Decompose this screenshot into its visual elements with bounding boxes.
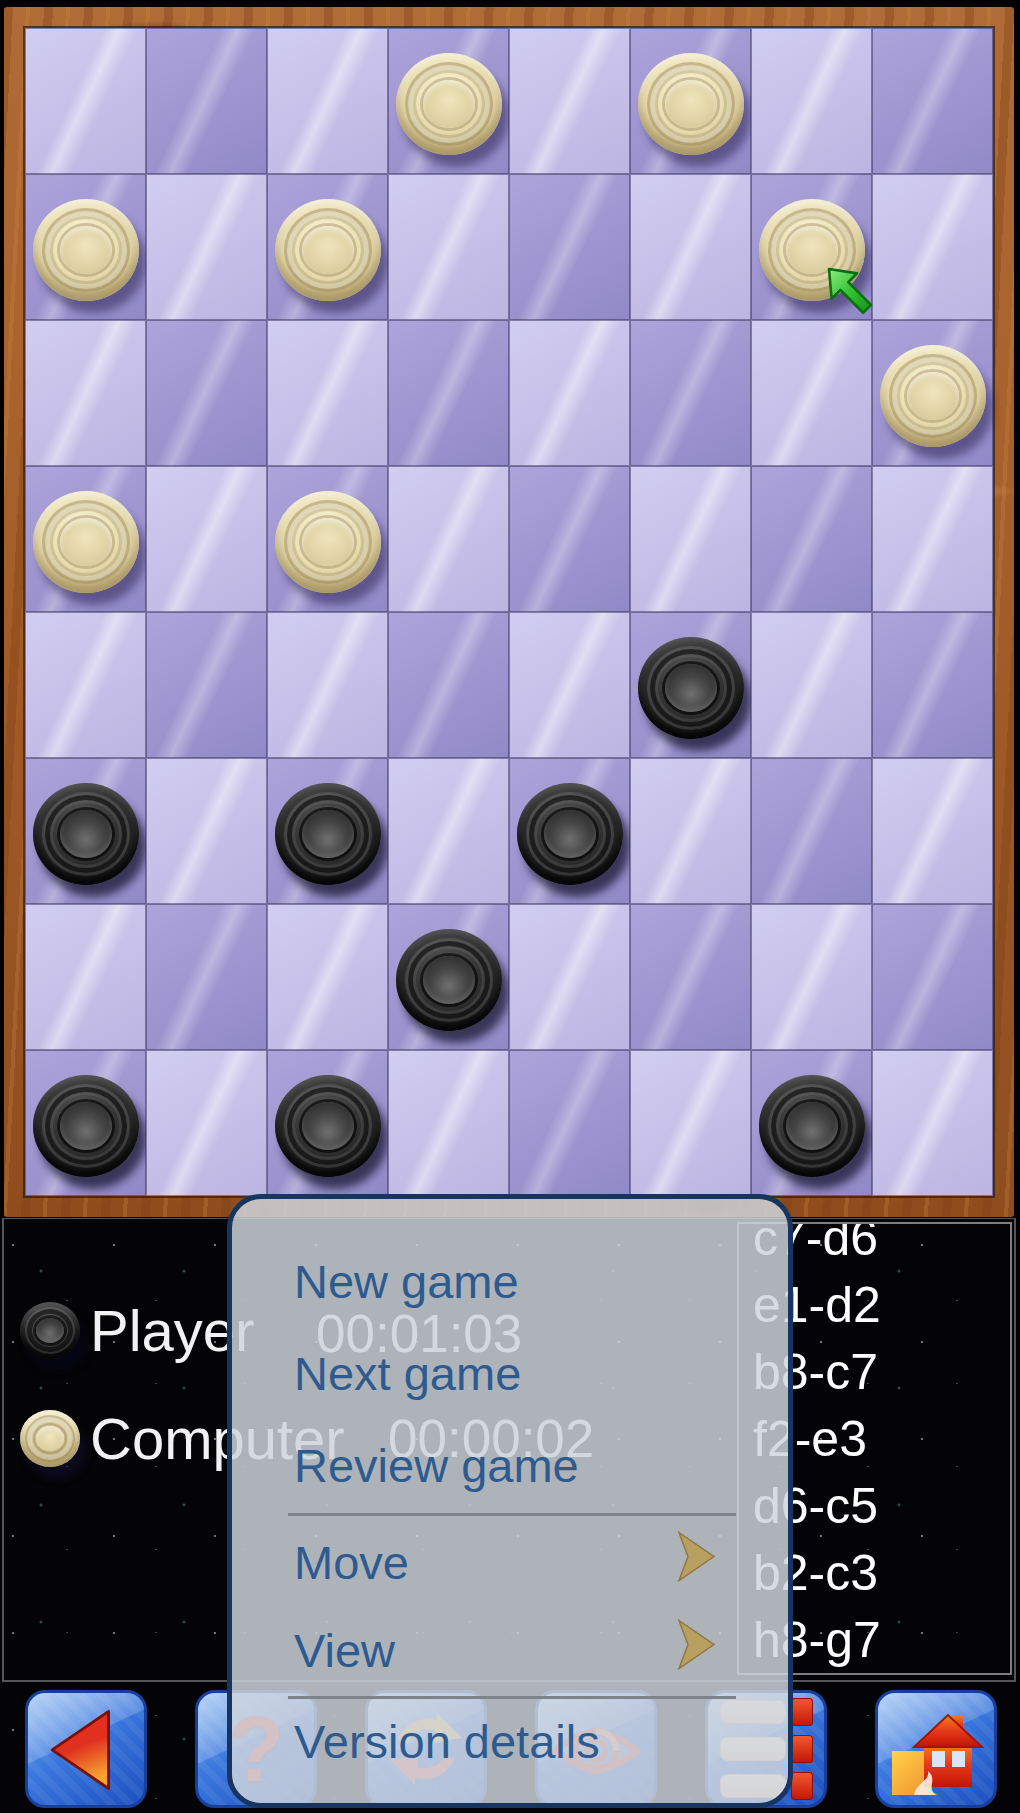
square-h7[interactable] — [872, 174, 993, 320]
square-b5[interactable] — [146, 466, 267, 612]
square-f7[interactable] — [630, 174, 751, 320]
square-c6[interactable] — [267, 320, 388, 466]
square-a1[interactable] — [25, 1050, 146, 1196]
white-piece-a5[interactable] — [33, 491, 139, 593]
square-h2[interactable] — [872, 904, 993, 1050]
square-f3[interactable] — [630, 758, 751, 904]
square-g8[interactable] — [751, 28, 872, 174]
square-b1[interactable] — [146, 1050, 267, 1196]
square-b8[interactable] — [146, 28, 267, 174]
black-piece-a3[interactable] — [33, 783, 139, 885]
square-e3[interactable] — [509, 758, 630, 904]
square-c5[interactable] — [267, 466, 388, 612]
white-piece-icon — [20, 1410, 80, 1467]
menu-item-label: Next game — [294, 1346, 521, 1401]
black-piece-f4[interactable] — [638, 637, 744, 739]
square-h1[interactable] — [872, 1050, 993, 1196]
square-e8[interactable] — [509, 28, 630, 174]
square-h8[interactable] — [872, 28, 993, 174]
white-piece-c7[interactable] — [275, 199, 381, 301]
square-f6[interactable] — [630, 320, 751, 466]
square-c4[interactable] — [267, 612, 388, 758]
context-menu: New gameNext gameReview gameMoveViewVers… — [227, 1194, 793, 1808]
square-e1[interactable] — [509, 1050, 630, 1196]
square-b7[interactable] — [146, 174, 267, 320]
menu-item-label: Move — [294, 1535, 409, 1590]
white-piece-c5[interactable] — [275, 491, 381, 593]
square-b6[interactable] — [146, 320, 267, 466]
square-a2[interactable] — [25, 904, 146, 1050]
menu-item-next-game[interactable]: Next game — [232, 1327, 788, 1419]
black-piece-d2[interactable] — [396, 929, 502, 1031]
square-b3[interactable] — [146, 758, 267, 904]
square-f8[interactable] — [630, 28, 751, 174]
square-a5[interactable] — [25, 466, 146, 612]
square-c2[interactable] — [267, 904, 388, 1050]
white-piece-f8[interactable] — [638, 53, 744, 155]
square-h5[interactable] — [872, 466, 993, 612]
player-row-black: Player — [20, 1297, 254, 1364]
square-h4[interactable] — [872, 612, 993, 758]
square-d4[interactable] — [388, 612, 509, 758]
square-g4[interactable] — [751, 612, 872, 758]
black-piece-e3[interactable] — [517, 783, 623, 885]
white-piece-d8[interactable] — [396, 53, 502, 155]
square-g6[interactable] — [751, 320, 872, 466]
square-a6[interactable] — [25, 320, 146, 466]
menu-item-label: View — [294, 1623, 395, 1678]
square-c7[interactable] — [267, 174, 388, 320]
white-piece-h6[interactable] — [880, 345, 986, 447]
square-g1[interactable] — [751, 1050, 872, 1196]
square-a8[interactable] — [25, 28, 146, 174]
black-piece-icon — [20, 1302, 80, 1359]
back-button[interactable] — [25, 1690, 147, 1808]
square-a3[interactable] — [25, 758, 146, 904]
square-d8[interactable] — [388, 28, 509, 174]
white-piece-a7[interactable] — [33, 199, 139, 301]
square-d5[interactable] — [388, 466, 509, 612]
square-e4[interactable] — [509, 612, 630, 758]
square-f2[interactable] — [630, 904, 751, 1050]
menu-item-version-details[interactable]: Version details — [232, 1701, 788, 1781]
square-f1[interactable] — [630, 1050, 751, 1196]
square-a4[interactable] — [25, 612, 146, 758]
square-g5[interactable] — [751, 466, 872, 612]
black-piece-c3[interactable] — [275, 783, 381, 885]
square-c8[interactable] — [267, 28, 388, 174]
square-b2[interactable] — [146, 904, 267, 1050]
square-c3[interactable] — [267, 758, 388, 904]
square-d6[interactable] — [388, 320, 509, 466]
menu-item-view[interactable]: View — [232, 1606, 788, 1694]
menu-item-label: Review game — [294, 1438, 579, 1493]
menu-separator — [288, 1513, 736, 1516]
square-a7[interactable] — [25, 174, 146, 320]
square-d3[interactable] — [388, 758, 509, 904]
submenu-arrow-icon — [676, 1619, 716, 1682]
square-g2[interactable] — [751, 904, 872, 1050]
menu-item-move[interactable]: Move — [232, 1518, 788, 1606]
black-piece-c1[interactable] — [275, 1075, 381, 1177]
square-g3[interactable] — [751, 758, 872, 904]
black-piece-a1[interactable] — [33, 1075, 139, 1177]
green-last-move-arrow-icon — [822, 262, 878, 318]
square-d1[interactable] — [388, 1050, 509, 1196]
square-d7[interactable] — [388, 174, 509, 320]
menu-item-label: Version details — [294, 1714, 600, 1769]
menu-item-review-game[interactable]: Review game — [232, 1419, 788, 1511]
black-piece-g1[interactable] — [759, 1075, 865, 1177]
square-f4[interactable] — [630, 612, 751, 758]
square-h6[interactable] — [872, 320, 993, 466]
menu-separator — [288, 1696, 736, 1699]
square-e6[interactable] — [509, 320, 630, 466]
square-g7[interactable] — [751, 174, 872, 320]
home-button[interactable] — [875, 1690, 997, 1808]
square-h3[interactable] — [872, 758, 993, 904]
menu-item-label: New game — [294, 1254, 519, 1309]
menu-item-new-game[interactable]: New game — [232, 1235, 788, 1327]
submenu-arrow-icon — [676, 1531, 716, 1594]
checkers-app-screen: Player Computer 00:01:03 00:00:02 c7-d6e… — [0, 0, 1020, 1813]
square-f5[interactable] — [630, 466, 751, 612]
square-e5[interactable] — [509, 466, 630, 612]
checkers-board[interactable] — [25, 28, 993, 1196]
square-b4[interactable] — [146, 612, 267, 758]
square-d2[interactable] — [388, 904, 509, 1050]
board-frame — [4, 7, 1014, 1217]
square-e2[interactable] — [509, 904, 630, 1050]
back-icon — [39, 1702, 133, 1796]
home-icon — [886, 1699, 986, 1799]
square-c1[interactable] — [267, 1050, 388, 1196]
square-e7[interactable] — [509, 174, 630, 320]
